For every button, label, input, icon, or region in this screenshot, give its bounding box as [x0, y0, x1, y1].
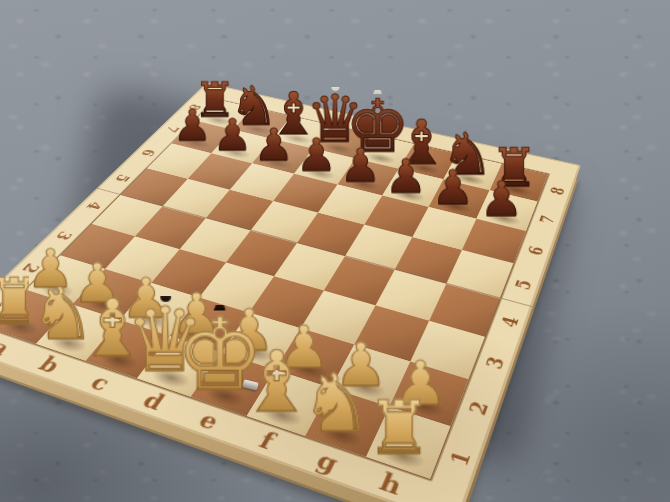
pawn-icon: ♟	[385, 153, 427, 200]
piece-black-pawn[interactable]: ♟	[254, 123, 294, 168]
rook-icon: ♜	[366, 392, 432, 466]
piece-black-pawn[interactable]: ♟	[385, 153, 427, 200]
piece-white-knight[interactable]: ♞	[300, 363, 372, 444]
pawn-icon: ♟	[480, 175, 523, 223]
pawn-icon: ♟	[340, 143, 381, 189]
board-perspective-scene: ♜♞♝♛♚♝♞♜♟♟♟♟♟♟♟♟♟♟♟♟♟♟♟♟♜♞♝♛♚♝♞♜ abcdefg…	[0, 0, 670, 502]
photo-scene: ♜♞♝♛♚♝♞♜♟♟♟♟♟♟♟♟♟♟♟♟♟♟♟♟♜♞♝♛♚♝♞♜ abcdefg…	[0, 0, 670, 502]
finial-tip-icon	[160, 291, 171, 302]
piece-white-rook[interactable]: ♜	[366, 392, 432, 466]
pawn-icon: ♟	[254, 123, 294, 168]
piece-black-pawn[interactable]: ♟	[340, 143, 381, 189]
rank-label-4: 4	[65, 192, 124, 220]
pawn-icon: ♟	[213, 113, 252, 157]
piece-black-pawn[interactable]: ♟	[480, 175, 523, 223]
piece-black-pawn[interactable]: ♟	[432, 164, 475, 212]
pawn-icon: ♟	[432, 164, 475, 212]
piece-black-pawn[interactable]: ♟	[213, 113, 252, 157]
pawn-icon: ♟	[296, 133, 337, 178]
knight-icon: ♞	[300, 363, 372, 444]
finial-tip-icon	[331, 83, 339, 91]
piece-black-pawn[interactable]: ♟	[296, 133, 337, 178]
chess-board: ♜♞♝♛♚♝♞♜♟♟♟♟♟♟♟♟♟♟♟♟♟♟♟♟♜♞♝♛♚♝♞♜ abcdefg…	[0, 83, 581, 502]
